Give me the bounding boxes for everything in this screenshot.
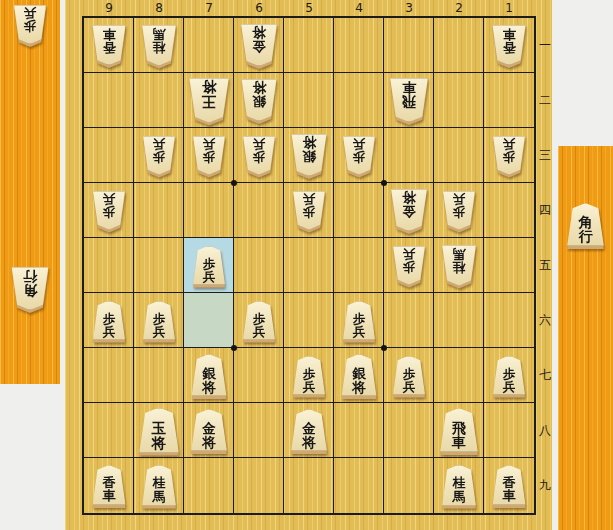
piece-face: 飛車 [389,78,429,122]
square-4-9[interactable] [334,458,384,513]
piece-kanji: 角行 [11,267,50,310]
rank-label-3: 三 [538,128,552,183]
piece-kanji: 歩兵 [92,301,126,340]
piece-face: 歩兵 [242,136,276,175]
piece-kanji: 歩兵 [242,301,276,340]
piece-sente-keima[interactable]: 桂馬 [141,465,177,509]
square-6-4[interactable] [234,183,284,238]
piece-sente-kyosha[interactable]: 香車 [92,465,127,508]
file-label-7: 7 [184,1,234,15]
piece-sente-hisha[interactable]: 飛車 [439,408,479,455]
square-7-1[interactable] [184,18,234,73]
piece-face: 歩兵 [292,356,326,395]
piece-sente-fuhyo[interactable]: 歩兵 [142,301,176,343]
rank-label-6: 六 [538,293,552,348]
piece-face: 歩兵 [192,136,226,175]
piece-kanji: 桂馬 [141,25,177,66]
piece-sente-fuhyo[interactable]: 歩兵 [242,301,276,343]
piece-gote-fuhyo[interactable]: 歩兵 [342,136,376,178]
piece-face: 飛車 [439,408,479,452]
piece-kanji: 銀将 [291,134,328,176]
piece-face: 歩兵 [142,301,176,340]
piece-kanji: 歩兵 [142,136,176,175]
piece-gote-kyosha[interactable]: 香車 [492,25,527,68]
piece-kanji: 角行 [566,203,605,246]
square-1-2[interactable] [484,73,534,128]
square-8-2[interactable] [134,73,184,128]
piece-face: 歩兵 [342,136,376,175]
piece-sente-keima[interactable]: 桂馬 [441,465,477,509]
square-6-8[interactable] [234,403,284,458]
square-4-1[interactable] [334,18,384,73]
file-label-1: 1 [484,1,534,15]
star-point [231,180,237,186]
piece-kanji: 金将 [290,409,328,451]
square-2-7[interactable] [434,348,484,403]
piece-face: 歩兵 [13,5,47,44]
piece-face: 桂馬 [141,25,177,66]
piece-kanji: 歩兵 [242,136,276,175]
piece-gote-fuhyo[interactable]: 歩兵 [292,191,326,233]
piece-gote-ginsho[interactable]: 銀将 [241,79,278,124]
square-4-2[interactable] [334,73,384,128]
piece-gote-fuhyo[interactable]: 歩兵 [492,136,526,178]
square-9-7[interactable] [84,348,134,403]
piece-sente-ginsho[interactable]: 銀将 [341,354,378,399]
piece-face: 歩兵 [292,191,326,230]
square-9-5[interactable] [84,238,134,293]
piece-kanji: 香車 [492,25,527,65]
piece-face: 歩兵 [342,301,376,340]
square-3-3[interactable] [384,128,434,183]
piece-kanji: 香車 [92,465,127,505]
piece-sente-fuhyo[interactable]: 歩兵 [342,301,376,343]
square-9-3[interactable] [84,128,134,183]
piece-face: 角行 [566,203,605,246]
piece-face: 歩兵 [442,191,476,230]
piece-gote-fuhyo[interactable]: 歩兵 [92,191,126,233]
rank-label-7: 七 [538,348,552,403]
piece-sente-fuhyo[interactable]: 歩兵 [292,356,326,398]
piece-face: 香車 [92,25,127,65]
square-7-6[interactable] [184,293,234,348]
file-label-8: 8 [134,1,184,15]
file-label-2: 2 [434,1,484,15]
piece-gote-fuhyo[interactable]: 歩兵 [442,191,476,233]
file-label-9: 9 [84,1,134,15]
piece-kanji: 歩兵 [92,191,126,230]
piece-kanji: 銀将 [241,79,278,121]
piece-sente-kakugyo[interactable]: 角行 [566,203,605,249]
piece-kanji: 金将 [190,409,228,451]
rank-label-9: 九 [538,458,552,513]
piece-gote-ginsho[interactable]: 銀将 [291,134,328,179]
piece-face: 金将 [190,409,228,451]
square-2-1[interactable] [434,18,484,73]
piece-face: 歩兵 [142,136,176,175]
piece-kanji: 金将 [240,24,278,66]
piece-face: 金将 [240,24,278,66]
square-3-1[interactable] [384,18,434,73]
piece-face: 桂馬 [441,245,477,286]
piece-sente-fuhyo[interactable]: 歩兵 [392,356,426,398]
piece-face: 歩兵 [242,301,276,340]
piece-gote-fuhyo[interactable]: 歩兵 [13,5,47,47]
piece-kanji: 飛車 [439,408,479,452]
file-label-4: 4 [334,1,384,15]
piece-face: 歩兵 [492,356,526,395]
square-9-8[interactable] [84,403,134,458]
piece-kanji: 金将 [390,189,428,231]
piece-kanji: 歩兵 [13,5,47,44]
piece-kanji: 王将 [188,78,230,123]
piece-sente-kyosha[interactable]: 香車 [492,465,527,508]
square-5-2[interactable] [284,73,334,128]
square-4-4[interactable] [334,183,384,238]
piece-kanji: 歩兵 [392,356,426,395]
square-3-9[interactable] [384,458,434,513]
piece-kanji: 銀将 [191,354,228,396]
piece-kanji: 歩兵 [142,301,176,340]
piece-gote-keima[interactable]: 桂馬 [441,245,477,289]
piece-gote-hisha[interactable]: 飛車 [389,78,429,125]
square-7-4[interactable] [184,183,234,238]
sente-hand-stand: 角行 [558,146,613,530]
piece-face: 桂馬 [141,465,177,506]
file-label-6: 6 [234,1,284,15]
square-3-6[interactable] [384,293,434,348]
gote-hand-stand: 歩兵角行 [0,0,60,384]
square-6-9[interactable] [234,458,284,513]
piece-kanji: 歩兵 [442,191,476,230]
piece-face: 歩兵 [92,191,126,230]
piece-kanji: 飛車 [389,78,429,122]
piece-face: 角行 [11,267,50,310]
piece-sente-fuhyo[interactable]: 歩兵 [92,301,126,343]
piece-gote-kyosha[interactable]: 香車 [92,25,127,68]
piece-face: 歩兵 [392,246,426,285]
piece-face: 歩兵 [492,136,526,175]
rank-label-4: 四 [538,183,552,238]
piece-face: 歩兵 [192,246,226,285]
piece-gote-kinsho[interactable]: 金将 [390,189,428,234]
piece-sente-fuhyo[interactable]: 歩兵 [192,246,226,288]
square-3-8[interactable] [384,403,434,458]
piece-face: 銀将 [291,134,328,176]
board-panel: 987654321 一二三四五六七八九 香車桂馬金将香車王将銀将飛車歩兵歩兵歩兵… [65,0,552,530]
square-1-6[interactable] [484,293,534,348]
piece-sente-kinsho[interactable]: 金将 [190,409,228,454]
piece-kanji: 歩兵 [492,136,526,175]
star-point [381,180,387,186]
square-8-7[interactable] [134,348,184,403]
file-label-3: 3 [384,1,434,15]
square-4-5[interactable] [334,238,384,293]
piece-kanji: 香車 [92,25,127,65]
square-6-5[interactable] [234,238,284,293]
piece-kanji: 歩兵 [292,356,326,395]
piece-face: 銀将 [241,79,278,121]
piece-gote-keima[interactable]: 桂馬 [141,25,177,69]
square-8-5[interactable] [134,238,184,293]
piece-gote-fuhyo[interactable]: 歩兵 [242,136,276,178]
piece-face: 銀将 [191,354,228,396]
piece-face: 玉将 [138,408,180,453]
piece-face: 金将 [290,409,328,451]
piece-kanji: 桂馬 [141,465,177,506]
square-5-6[interactable] [284,293,334,348]
piece-face: 香車 [92,465,127,505]
piece-gote-kakugyo[interactable]: 角行 [11,267,50,313]
piece-gote-fuhyo[interactable]: 歩兵 [142,136,176,178]
piece-kanji: 桂馬 [441,245,477,286]
piece-kanji: 玉将 [138,408,180,453]
rank-labels: 一二三四五六七八九 [538,18,552,513]
piece-sente-ginsho[interactable]: 銀将 [191,354,228,399]
square-4-8[interactable] [334,403,384,458]
square-9-2[interactable] [84,73,134,128]
piece-face: 王将 [188,78,230,123]
square-1-8[interactable] [484,403,534,458]
piece-kanji: 歩兵 [192,246,226,285]
piece-gote-fuhyo[interactable]: 歩兵 [192,136,226,178]
piece-kanji: 銀将 [341,354,378,396]
square-6-7[interactable] [234,348,284,403]
square-2-6[interactable] [434,293,484,348]
shogi-board-app: 歩兵角行 987654321 一二三四五六七八九 香車桂馬金将香車王将銀将飛車歩… [0,0,613,530]
square-7-9[interactable] [184,458,234,513]
piece-kanji: 歩兵 [392,246,426,285]
piece-sente-fuhyo[interactable]: 歩兵 [492,356,526,398]
piece-gote-osho[interactable]: 王将 [188,78,230,126]
square-5-5[interactable] [284,238,334,293]
piece-face: 桂馬 [441,465,477,506]
piece-kanji: 歩兵 [192,136,226,175]
piece-kanji: 香車 [492,465,527,505]
file-label-5: 5 [284,1,334,15]
square-8-4[interactable] [134,183,184,238]
rank-label-1: 一 [538,18,552,73]
square-2-3[interactable] [434,128,484,183]
piece-kanji: 歩兵 [342,136,376,175]
square-1-5[interactable] [484,238,534,293]
square-2-2[interactable] [434,73,484,128]
piece-kanji: 桂馬 [441,465,477,506]
file-labels: 987654321 [84,0,534,16]
piece-kanji: 歩兵 [292,191,326,230]
rank-label-2: 二 [538,73,552,128]
piece-gote-fuhyo[interactable]: 歩兵 [392,246,426,288]
square-5-9[interactable] [284,458,334,513]
piece-sente-kinsho[interactable]: 金将 [290,409,328,454]
rank-label-5: 五 [538,238,552,293]
star-point [231,345,237,351]
square-1-4[interactable] [484,183,534,238]
piece-face: 金将 [390,189,428,231]
piece-face: 歩兵 [392,356,426,395]
piece-face: 銀将 [341,354,378,396]
board-grid: 香車桂馬金将香車王将銀将飛車歩兵歩兵歩兵銀将歩兵歩兵歩兵歩兵金将歩兵歩兵桂馬歩兵… [82,16,536,515]
piece-kanji: 歩兵 [342,301,376,340]
rank-label-8: 八 [538,403,552,458]
piece-face: 香車 [492,25,527,65]
piece-sente-gyokusho[interactable]: 玉将 [138,408,180,456]
piece-face: 香車 [492,465,527,505]
square-5-1[interactable] [284,18,334,73]
piece-gote-kinsho[interactable]: 金将 [240,24,278,69]
star-point [381,345,387,351]
piece-kanji: 歩兵 [492,356,526,395]
piece-face: 歩兵 [92,301,126,340]
